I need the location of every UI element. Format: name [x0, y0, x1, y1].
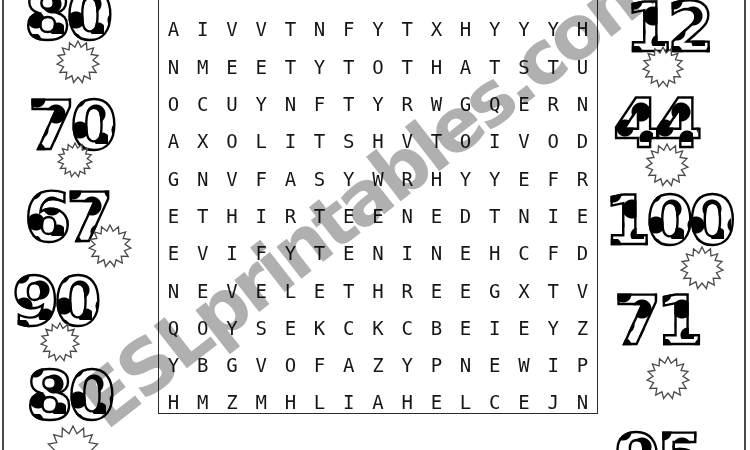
grid-cell: G: [217, 347, 246, 384]
grid-cell: N: [363, 235, 392, 272]
grid-cell: I: [334, 384, 363, 414]
grid-cell: E: [422, 198, 451, 235]
grid-cell: X: [422, 11, 451, 48]
grid-cell: Y: [334, 160, 363, 197]
number-right-4: 95: [614, 425, 699, 450]
grid-cell: D: [568, 235, 597, 272]
grid-cell: Y: [509, 11, 538, 48]
grid-cell: V: [188, 235, 217, 272]
grid-cell: H: [568, 11, 597, 48]
grid-cell: H: [422, 160, 451, 197]
grid-cell: C: [334, 310, 363, 347]
grid-cell: I: [217, 235, 246, 272]
grid-cell: N: [276, 86, 305, 123]
grid-cell: V: [217, 11, 246, 48]
grid-cell-cropped: E: [247, 0, 276, 11]
grid-cell: O: [451, 123, 480, 160]
grid-cell: R: [393, 160, 422, 197]
grid-cell: H: [422, 49, 451, 86]
grid-cell: F: [539, 160, 568, 197]
grid-cell: E: [159, 198, 188, 235]
starburst-icon: [678, 244, 726, 292]
grid-cell: V: [393, 123, 422, 160]
grid-cell-cropped: E: [159, 0, 188, 11]
grid-cell: H: [451, 11, 480, 48]
grid-cell: A: [159, 11, 188, 48]
grid-cell: S: [334, 123, 363, 160]
grid-cell: L: [276, 272, 305, 309]
grid-cell: E: [247, 272, 276, 309]
grid-cell: A: [451, 49, 480, 86]
grid-cell: V: [217, 272, 246, 309]
grid-cell: A: [276, 160, 305, 197]
grid-cell: L: [247, 123, 276, 160]
grid-letters: EEZELHTOEHAESEUAIVVTNFYTXHYYYHNMEETYTOTH…: [159, 0, 597, 414]
grid-cell: Y: [480, 11, 509, 48]
grid-cell: V: [247, 11, 276, 48]
grid-cell-cropped: H: [422, 0, 451, 11]
wordsearch-grid: EEZELHTOEHAESEUAIVVTNFYTXHYYYHNMEETYTOTH…: [158, 0, 598, 414]
grid-cell: T: [539, 272, 568, 309]
grid-cell: R: [393, 86, 422, 123]
grid-cell: T: [334, 272, 363, 309]
starburst-icon: [86, 222, 134, 270]
grid-cell-cropped: H: [305, 0, 334, 11]
grid-cell: S: [305, 160, 334, 197]
grid-cell-cropped: S: [509, 0, 538, 11]
grid-cell: V: [568, 272, 597, 309]
grid-cell: V: [247, 347, 276, 384]
grid-cell: N: [568, 384, 597, 414]
grid-cell: H: [276, 384, 305, 414]
grid-cell: E: [451, 235, 480, 272]
grid-cell: T: [422, 123, 451, 160]
grid-cell: A: [159, 123, 188, 160]
grid-cell: J: [539, 384, 568, 414]
page-border-left: [2, 0, 4, 450]
grid-cell: E: [509, 310, 538, 347]
grid-cell: A: [334, 347, 363, 384]
grid-cell: F: [305, 347, 334, 384]
grid-cell: C: [509, 235, 538, 272]
grid-cell: H: [159, 384, 188, 414]
grid-cell: T: [305, 198, 334, 235]
grid-cell: Y: [539, 310, 568, 347]
grid-cell: F: [247, 235, 276, 272]
starburst-icon: [38, 320, 82, 364]
grid-cell: O: [539, 123, 568, 160]
grid-cell: I: [480, 123, 509, 160]
grid-cell: R: [276, 198, 305, 235]
grid-cell: T: [539, 49, 568, 86]
grid-cell: W: [363, 160, 392, 197]
grid-cell: H: [480, 235, 509, 272]
grid-cell: H: [393, 384, 422, 414]
grid-cell: N: [509, 198, 538, 235]
grid-cell: M: [247, 384, 276, 414]
number-left-4: 80: [26, 362, 111, 430]
grid-cell: F: [247, 160, 276, 197]
grid-cell: O: [363, 49, 392, 86]
grid-cell: E: [422, 272, 451, 309]
grid-cell: N: [305, 11, 334, 48]
grid-cell: B: [422, 310, 451, 347]
page-border-right: [744, 0, 746, 450]
grid-cell: N: [422, 235, 451, 272]
grid-cell: A: [363, 384, 392, 414]
grid-cell: Y: [539, 11, 568, 48]
grid-cell: W: [509, 347, 538, 384]
grid-cell-cropped: L: [276, 0, 305, 11]
grid-cell: O: [159, 86, 188, 123]
grid-cell: R: [568, 160, 597, 197]
grid-cell: L: [451, 384, 480, 414]
grid-cell: T: [305, 235, 334, 272]
grid-cell: Z: [217, 384, 246, 414]
grid-cell: Q: [159, 310, 188, 347]
grid-cell: P: [568, 347, 597, 384]
grid-cell: C: [393, 310, 422, 347]
grid-cell: Q: [480, 86, 509, 123]
grid-cell: Y: [159, 347, 188, 384]
grid-cell: G: [159, 160, 188, 197]
grid-cell: T: [276, 11, 305, 48]
grid-cell: O: [276, 347, 305, 384]
grid-cell: I: [480, 310, 509, 347]
grid-cell: E: [568, 198, 597, 235]
grid-cell: G: [451, 86, 480, 123]
grid-cell: N: [159, 272, 188, 309]
grid-cell-cropped: E: [393, 0, 422, 11]
grid-cell: N: [159, 49, 188, 86]
grid-cell: G: [480, 272, 509, 309]
grid-cell: X: [509, 272, 538, 309]
grid-cell: T: [480, 198, 509, 235]
grid-cell: P: [422, 347, 451, 384]
grid-cell: T: [334, 49, 363, 86]
grid-cell: I: [393, 235, 422, 272]
grid-cell: T: [305, 123, 334, 160]
grid-cell: F: [334, 11, 363, 48]
grid-cell: N: [451, 347, 480, 384]
grid-cell: M: [188, 384, 217, 414]
grid-cell: E: [334, 235, 363, 272]
grid-cell: H: [363, 272, 392, 309]
grid-cell: R: [539, 86, 568, 123]
grid-cell: M: [188, 49, 217, 86]
grid-cell: W: [422, 86, 451, 123]
grid-cell: E: [451, 272, 480, 309]
grid-cell: C: [188, 86, 217, 123]
grid-cell: U: [568, 49, 597, 86]
grid-cell: E: [159, 235, 188, 272]
grid-cell: Y: [480, 160, 509, 197]
grid-cell: I: [539, 347, 568, 384]
grid-cell: Y: [247, 86, 276, 123]
grid-cell: V: [509, 123, 538, 160]
grid-cell: E: [217, 49, 246, 86]
grid-cell: E: [247, 49, 276, 86]
grid-cell: B: [188, 347, 217, 384]
grid-cell: X: [188, 123, 217, 160]
grid-cell: O: [188, 310, 217, 347]
starburst-icon: [640, 44, 686, 90]
grid-cell: T: [334, 86, 363, 123]
grid-cell: Y: [363, 86, 392, 123]
grid-cell: T: [480, 49, 509, 86]
grid-cell: F: [305, 86, 334, 123]
grid-cell-cropped: T: [334, 0, 363, 11]
grid-cell: T: [276, 49, 305, 86]
grid-cell: C: [480, 384, 509, 414]
grid-cell: Z: [363, 347, 392, 384]
starburst-icon: [644, 354, 692, 402]
grid-cell: L: [305, 384, 334, 414]
grid-cell: K: [363, 310, 392, 347]
grid-cell: Y: [217, 310, 246, 347]
grid-cell: E: [188, 272, 217, 309]
grid-cell: D: [451, 198, 480, 235]
grid-cell: E: [276, 310, 305, 347]
grid-cell: I: [276, 123, 305, 160]
starburst-icon: [643, 141, 691, 189]
grid-cell: E: [363, 198, 392, 235]
starburst-icon: [44, 423, 102, 450]
grid-cell: H: [217, 198, 246, 235]
grid-cell: E: [509, 160, 538, 197]
grid-cell: I: [247, 198, 276, 235]
grid-cell: O: [217, 123, 246, 160]
grid-cell: E: [509, 384, 538, 414]
grid-cell-cropped: O: [363, 0, 392, 11]
grid-cell: E: [480, 347, 509, 384]
grid-cell: T: [393, 11, 422, 48]
grid-cell: E: [422, 384, 451, 414]
starburst-icon: [55, 140, 95, 180]
grid-cell: D: [568, 123, 597, 160]
worksheet-page: EEZELHTOEHAESEUAIVVTNFYTXHYYYHNMEETYTOTH…: [0, 0, 750, 450]
grid-cell: N: [568, 86, 597, 123]
grid-cell: H: [363, 123, 392, 160]
grid-cell: Z: [568, 310, 597, 347]
grid-cell: R: [393, 272, 422, 309]
grid-cell: E: [305, 272, 334, 309]
grid-cell: S: [509, 49, 538, 86]
grid-cell: F: [539, 235, 568, 272]
grid-cell: T: [393, 49, 422, 86]
grid-cell: I: [539, 198, 568, 235]
grid-cell: Y: [451, 160, 480, 197]
grid-cell: I: [188, 11, 217, 48]
grid-cell: E: [509, 86, 538, 123]
grid-cell: Y: [393, 347, 422, 384]
grid-cell: Y: [305, 49, 334, 86]
grid-cell: N: [393, 198, 422, 235]
grid-cell: V: [217, 160, 246, 197]
grid-cell: Y: [363, 11, 392, 48]
grid-cell-cropped: E: [539, 0, 568, 11]
grid-cell: U: [217, 86, 246, 123]
grid-cell-cropped: E: [188, 0, 217, 11]
starburst-icon: [54, 38, 102, 86]
grid-cell: S: [247, 310, 276, 347]
grid-cell: N: [188, 160, 217, 197]
grid-cell: E: [451, 310, 480, 347]
grid-cell-cropped: Z: [217, 0, 246, 11]
grid-cell: K: [305, 310, 334, 347]
grid-cell: Y: [276, 235, 305, 272]
grid-cell-cropped: E: [480, 0, 509, 11]
number-right-3: 71: [614, 287, 699, 355]
grid-cell-cropped: A: [451, 0, 480, 11]
grid-cell: T: [188, 198, 217, 235]
grid-cell-cropped: U: [568, 0, 597, 11]
grid-cell: E: [334, 198, 363, 235]
